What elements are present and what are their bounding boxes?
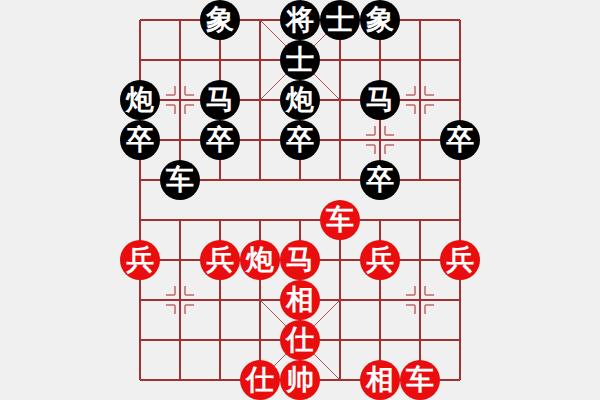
piece-black-elephant[interactable]: 象 [360,0,400,40]
piece-black-elephant[interactable]: 象 [200,0,240,40]
piece-black-horse[interactable]: 马 [200,80,240,120]
piece-red-soldier[interactable]: 兵 [440,240,480,280]
piece-black-soldier[interactable]: 卒 [440,120,480,160]
piece-red-chariot[interactable]: 车 [400,360,440,400]
piece-red-soldier[interactable]: 兵 [360,240,400,280]
piece-black-soldier[interactable]: 卒 [280,120,320,160]
piece-black-horse[interactable]: 马 [360,80,400,120]
piece-red-soldier[interactable]: 兵 [200,240,240,280]
piece-black-chariot[interactable]: 车 [160,160,200,200]
piece-grid: 象将士象士炮马炮马卒卒卒卒车卒车兵兵炮马兵兵相仕仕帅相车 [120,0,480,400]
piece-red-general[interactable]: 帅 [280,360,320,400]
piece-red-elephant[interactable]: 相 [360,360,400,400]
piece-black-soldier[interactable]: 卒 [120,120,160,160]
piece-red-soldier[interactable]: 兵 [120,240,160,280]
piece-red-advisor[interactable]: 仕 [240,360,280,400]
piece-black-soldier[interactable]: 卒 [360,160,400,200]
piece-red-horse[interactable]: 马 [280,240,320,280]
piece-red-chariot[interactable]: 车 [320,200,360,240]
piece-black-cannon[interactable]: 炮 [120,80,160,120]
piece-black-general[interactable]: 将 [280,0,320,40]
piece-black-advisor[interactable]: 士 [320,0,360,40]
xiangqi-board-diagram: 象将士象士炮马炮马卒卒卒卒车卒车兵兵炮马兵兵相仕仕帅相车 [0,0,600,400]
piece-black-soldier[interactable]: 卒 [200,120,240,160]
piece-red-cannon[interactable]: 炮 [240,240,280,280]
piece-black-cannon[interactable]: 炮 [280,80,320,120]
piece-red-elephant[interactable]: 相 [280,280,320,320]
piece-black-advisor[interactable]: 士 [280,40,320,80]
piece-red-advisor[interactable]: 仕 [280,320,320,360]
